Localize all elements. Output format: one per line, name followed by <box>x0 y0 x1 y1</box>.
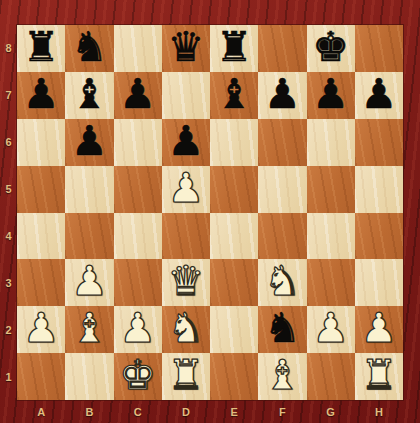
black-king-g8[interactable]: ♚ <box>312 27 349 68</box>
black-pawn-b6[interactable]: ♟ <box>71 121 108 162</box>
square-c6[interactable] <box>114 119 162 166</box>
rank-label-7: 7 <box>0 72 17 119</box>
black-rook-a8[interactable]: ♜ <box>23 27 60 68</box>
white-bishop-b2[interactable]: ♝ <box>71 308 108 349</box>
white-pawn-c2[interactable]: ♟ <box>119 308 156 349</box>
square-f6[interactable] <box>258 119 306 166</box>
black-bishop-b7[interactable]: ♝ <box>71 74 108 115</box>
square-g6[interactable] <box>307 119 355 166</box>
square-f5[interactable] <box>258 166 306 213</box>
white-rook-h1[interactable]: ♜ <box>360 355 397 396</box>
square-b8[interactable]: ♞ <box>65 25 113 72</box>
rank-label-1: 1 <box>0 353 17 400</box>
black-pawn-c7[interactable]: ♟ <box>119 74 156 115</box>
black-queen-d8[interactable]: ♛ <box>167 27 204 68</box>
square-h8[interactable] <box>355 25 403 72</box>
square-b4[interactable] <box>65 213 113 260</box>
square-a4[interactable] <box>17 213 65 260</box>
square-f8[interactable] <box>258 25 306 72</box>
square-b1[interactable] <box>65 353 113 400</box>
black-pawn-h7[interactable]: ♟ <box>360 74 397 115</box>
square-g5[interactable] <box>307 166 355 213</box>
square-h4[interactable] <box>355 213 403 260</box>
file-label-b: B <box>65 400 113 423</box>
square-f4[interactable] <box>258 213 306 260</box>
white-knight-d2[interactable]: ♞ <box>167 308 204 349</box>
file-label-e: E <box>210 400 258 423</box>
black-knight-f2[interactable]: ♞ <box>264 308 301 349</box>
black-knight-b8[interactable]: ♞ <box>71 27 108 68</box>
square-c4[interactable] <box>114 213 162 260</box>
black-pawn-f7[interactable]: ♟ <box>264 74 301 115</box>
white-pawn-a2[interactable]: ♟ <box>23 308 60 349</box>
square-d2[interactable]: ♞ <box>162 306 210 353</box>
square-h2[interactable]: ♟ <box>355 306 403 353</box>
black-rook-e8[interactable]: ♜ <box>216 27 253 68</box>
white-king-c1[interactable]: ♚ <box>119 355 156 396</box>
square-d6[interactable]: ♟ <box>162 119 210 166</box>
rank-label-8: 8 <box>0 25 17 72</box>
white-pawn-d5[interactable]: ♟ <box>167 168 204 209</box>
square-d5[interactable]: ♟ <box>162 166 210 213</box>
square-h6[interactable] <box>355 119 403 166</box>
chessboard-frame: 87654321 ♜♞♛♜♚♟♝♟♝♟♟♟♟♟♟♟♛♞♟♝♟♞♞♟♟♚♜♝♜ A… <box>0 0 420 423</box>
square-g3[interactable] <box>307 259 355 306</box>
square-f7[interactable]: ♟ <box>258 72 306 119</box>
square-f2[interactable]: ♞ <box>258 306 306 353</box>
black-pawn-d6[interactable]: ♟ <box>167 121 204 162</box>
square-b5[interactable] <box>65 166 113 213</box>
square-a3[interactable] <box>17 259 65 306</box>
square-b6[interactable]: ♟ <box>65 119 113 166</box>
square-a2[interactable]: ♟ <box>17 306 65 353</box>
rank-label-5: 5 <box>0 166 17 213</box>
square-a7[interactable]: ♟ <box>17 72 65 119</box>
square-h7[interactable]: ♟ <box>355 72 403 119</box>
square-a5[interactable] <box>17 166 65 213</box>
white-pawn-b3[interactable]: ♟ <box>71 261 108 302</box>
white-pawn-h2[interactable]: ♟ <box>360 308 397 349</box>
square-e5[interactable] <box>210 166 258 213</box>
file-labels: ABCDEFGH <box>17 400 403 423</box>
square-d1[interactable]: ♜ <box>162 353 210 400</box>
square-c2[interactable]: ♟ <box>114 306 162 353</box>
square-c8[interactable] <box>114 25 162 72</box>
square-e1[interactable] <box>210 353 258 400</box>
square-e7[interactable]: ♝ <box>210 72 258 119</box>
square-a8[interactable]: ♜ <box>17 25 65 72</box>
square-b7[interactable]: ♝ <box>65 72 113 119</box>
white-pawn-g2[interactable]: ♟ <box>312 308 349 349</box>
square-g8[interactable]: ♚ <box>307 25 355 72</box>
rank-label-6: 6 <box>0 119 17 166</box>
square-c1[interactable]: ♚ <box>114 353 162 400</box>
white-queen-d3[interactable]: ♛ <box>167 261 204 302</box>
square-h3[interactable] <box>355 259 403 306</box>
square-b2[interactable]: ♝ <box>65 306 113 353</box>
square-c5[interactable] <box>114 166 162 213</box>
file-label-c: C <box>114 400 162 423</box>
black-pawn-a7[interactable]: ♟ <box>23 74 60 115</box>
file-label-d: D <box>162 400 210 423</box>
white-rook-d1[interactable]: ♜ <box>167 355 204 396</box>
white-knight-f3[interactable]: ♞ <box>264 261 301 302</box>
rank-label-3: 3 <box>0 259 17 306</box>
square-a6[interactable] <box>17 119 65 166</box>
black-pawn-g7[interactable]: ♟ <box>312 74 349 115</box>
square-b3[interactable]: ♟ <box>65 259 113 306</box>
square-d7[interactable] <box>162 72 210 119</box>
white-bishop-f1[interactable]: ♝ <box>264 355 301 396</box>
square-g2[interactable]: ♟ <box>307 306 355 353</box>
black-bishop-e7[interactable]: ♝ <box>216 74 253 115</box>
board: ♜♞♛♜♚♟♝♟♝♟♟♟♟♟♟♟♛♞♟♝♟♞♞♟♟♚♜♝♜ <box>17 25 403 400</box>
file-label-f: F <box>258 400 306 423</box>
square-d4[interactable] <box>162 213 210 260</box>
rank-label-4: 4 <box>0 213 17 260</box>
square-h1[interactable]: ♜ <box>355 353 403 400</box>
file-label-a: A <box>17 400 65 423</box>
square-f3[interactable]: ♞ <box>258 259 306 306</box>
square-c7[interactable]: ♟ <box>114 72 162 119</box>
square-c3[interactable] <box>114 259 162 306</box>
square-a1[interactable] <box>17 353 65 400</box>
square-d8[interactable]: ♛ <box>162 25 210 72</box>
square-e6[interactable] <box>210 119 258 166</box>
square-g4[interactable] <box>307 213 355 260</box>
square-g1[interactable] <box>307 353 355 400</box>
square-e8[interactable]: ♜ <box>210 25 258 72</box>
rank-label-2: 2 <box>0 306 17 353</box>
file-label-h: H <box>355 400 403 423</box>
square-e4[interactable] <box>210 213 258 260</box>
file-label-g: G <box>307 400 355 423</box>
square-e2[interactable] <box>210 306 258 353</box>
square-h5[interactable] <box>355 166 403 213</box>
square-g7[interactable]: ♟ <box>307 72 355 119</box>
rank-labels: 87654321 <box>0 25 17 400</box>
square-f1[interactable]: ♝ <box>258 353 306 400</box>
square-d3[interactable]: ♛ <box>162 259 210 306</box>
square-e3[interactable] <box>210 259 258 306</box>
